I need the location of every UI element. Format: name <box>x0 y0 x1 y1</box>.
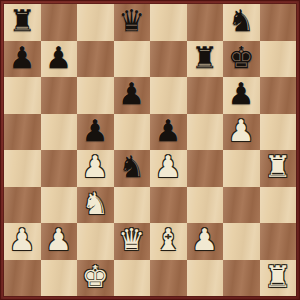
square-f3[interactable] <box>187 187 224 224</box>
white-pawn-piece: ♟ <box>45 225 72 255</box>
black-knight-piece: ♞ <box>228 6 255 36</box>
square-e8[interactable] <box>150 4 187 41</box>
white-rook-piece: ♜ <box>264 152 291 182</box>
black-king-piece: ♚ <box>228 43 255 73</box>
square-a5[interactable] <box>4 114 41 151</box>
square-f4[interactable] <box>187 150 224 187</box>
square-d4[interactable]: ♞ <box>114 150 151 187</box>
square-a4[interactable] <box>4 150 41 187</box>
square-e3[interactable] <box>150 187 187 224</box>
square-c3[interactable]: ♞ <box>77 187 114 224</box>
black-pawn-piece: ♟ <box>118 79 145 109</box>
white-pawn-piece: ♟ <box>228 116 255 146</box>
square-d3[interactable] <box>114 187 151 224</box>
white-pawn-piece: ♟ <box>155 152 182 182</box>
square-b6[interactable] <box>41 77 78 114</box>
square-e7[interactable] <box>150 41 187 78</box>
square-a6[interactable] <box>4 77 41 114</box>
square-b1[interactable] <box>41 260 78 297</box>
square-h5[interactable] <box>260 114 297 151</box>
black-pawn-piece: ♟ <box>82 116 109 146</box>
square-g7[interactable]: ♚ <box>223 41 260 78</box>
square-c1[interactable]: ♚ <box>77 260 114 297</box>
black-pawn-piece: ♟ <box>228 79 255 109</box>
black-knight-piece: ♞ <box>118 152 145 182</box>
square-g3[interactable] <box>223 187 260 224</box>
chess-board-frame: ♜♛♞♟♟♜♚♟♟♟♟♟♟♞♟♜♞♟♟♛♝♟♚♜ <box>0 0 300 300</box>
white-pawn-piece: ♟ <box>191 225 218 255</box>
square-d1[interactable] <box>114 260 151 297</box>
black-pawn-piece: ♟ <box>155 116 182 146</box>
white-knight-piece: ♞ <box>82 189 109 219</box>
square-c2[interactable] <box>77 223 114 260</box>
square-g8[interactable]: ♞ <box>223 4 260 41</box>
square-b7[interactable]: ♟ <box>41 41 78 78</box>
square-d5[interactable] <box>114 114 151 151</box>
black-rook-piece: ♜ <box>9 6 36 36</box>
square-e2[interactable]: ♝ <box>150 223 187 260</box>
black-rook-piece: ♜ <box>191 43 218 73</box>
square-d6[interactable]: ♟ <box>114 77 151 114</box>
square-h8[interactable] <box>260 4 297 41</box>
square-f8[interactable] <box>187 4 224 41</box>
square-h2[interactable] <box>260 223 297 260</box>
white-queen-piece: ♛ <box>118 225 145 255</box>
square-e6[interactable] <box>150 77 187 114</box>
square-c8[interactable] <box>77 4 114 41</box>
square-e5[interactable]: ♟ <box>150 114 187 151</box>
white-rook-piece: ♜ <box>264 262 291 292</box>
square-h6[interactable] <box>260 77 297 114</box>
square-c7[interactable] <box>77 41 114 78</box>
square-g4[interactable] <box>223 150 260 187</box>
square-g5[interactable]: ♟ <box>223 114 260 151</box>
black-pawn-piece: ♟ <box>45 43 72 73</box>
square-h4[interactable]: ♜ <box>260 150 297 187</box>
square-g1[interactable] <box>223 260 260 297</box>
square-b2[interactable]: ♟ <box>41 223 78 260</box>
square-c4[interactable]: ♟ <box>77 150 114 187</box>
square-a3[interactable] <box>4 187 41 224</box>
square-h7[interactable] <box>260 41 297 78</box>
square-e4[interactable]: ♟ <box>150 150 187 187</box>
square-a8[interactable]: ♜ <box>4 4 41 41</box>
square-d7[interactable] <box>114 41 151 78</box>
white-bishop-piece: ♝ <box>155 225 182 255</box>
square-b8[interactable] <box>41 4 78 41</box>
black-pawn-piece: ♟ <box>9 43 36 73</box>
square-f7[interactable]: ♜ <box>187 41 224 78</box>
chess-board: ♜♛♞♟♟♜♚♟♟♟♟♟♟♞♟♜♞♟♟♛♝♟♚♜ <box>4 4 296 296</box>
square-f6[interactable] <box>187 77 224 114</box>
square-d8[interactable]: ♛ <box>114 4 151 41</box>
square-f2[interactable]: ♟ <box>187 223 224 260</box>
square-c6[interactable] <box>77 77 114 114</box>
white-king-piece: ♚ <box>82 262 109 292</box>
square-g6[interactable]: ♟ <box>223 77 260 114</box>
square-f1[interactable] <box>187 260 224 297</box>
square-b4[interactable] <box>41 150 78 187</box>
square-a2[interactable]: ♟ <box>4 223 41 260</box>
square-f5[interactable] <box>187 114 224 151</box>
square-h1[interactable]: ♜ <box>260 260 297 297</box>
square-h3[interactable] <box>260 187 297 224</box>
white-pawn-piece: ♟ <box>82 152 109 182</box>
square-a1[interactable] <box>4 260 41 297</box>
square-a7[interactable]: ♟ <box>4 41 41 78</box>
square-b5[interactable] <box>41 114 78 151</box>
square-d2[interactable]: ♛ <box>114 223 151 260</box>
square-e1[interactable] <box>150 260 187 297</box>
square-b3[interactable] <box>41 187 78 224</box>
white-pawn-piece: ♟ <box>9 225 36 255</box>
square-g2[interactable] <box>223 223 260 260</box>
black-queen-piece: ♛ <box>118 6 145 36</box>
square-c5[interactable]: ♟ <box>77 114 114 151</box>
